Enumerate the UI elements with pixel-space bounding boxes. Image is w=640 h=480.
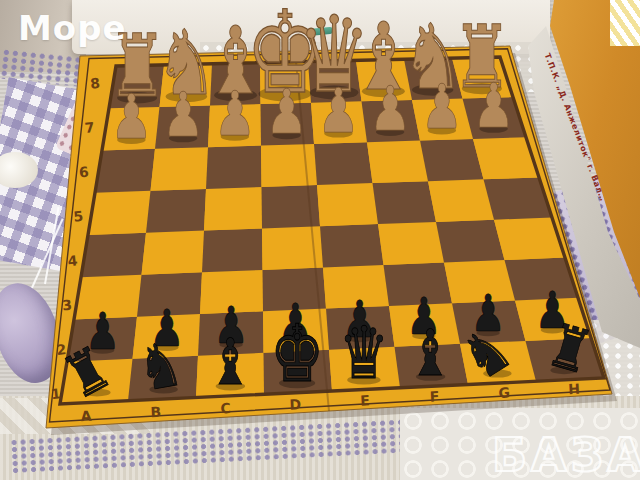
piece-black-king-d1: ♚: [270, 308, 324, 400]
board-square-c4: [202, 228, 263, 272]
piece-white-pawn-a7: ♟: [110, 81, 152, 153]
piece-white-pawn-b7: ♟: [162, 79, 204, 151]
board-square-e6: [314, 142, 373, 185]
photo-stage: Т.П.К. „Д. Анжелиток" г. Вал… ABCDEFGH12…: [0, 0, 640, 480]
board-square-d6: [261, 144, 317, 187]
rank-label-5: 5: [73, 208, 84, 225]
board-square-g6: [420, 139, 484, 181]
board-square-b6: [151, 147, 209, 191]
piece-white-pawn-d7: ♟: [265, 76, 307, 148]
piece-white-pawn-e7: ♟: [317, 74, 359, 146]
rank-label-1: 1: [50, 385, 61, 402]
board-square-f4: [378, 222, 444, 265]
chessboard: ABCDEFGH12345678♜♞♝♚♛♝♞♜♟♟♟♟♟♟♟♟♟♟♟♟♟♟♟♟…: [0, 0, 640, 480]
photo-watermark: Море: [18, 8, 127, 48]
board-square-c6: [206, 146, 262, 189]
board-square-f5: [373, 181, 437, 224]
board-square-a5: [88, 191, 151, 235]
piece-black-queen-e1: ♛: [339, 311, 389, 395]
piece-white-pawn-c7: ♟: [214, 78, 256, 150]
board-square-g4: [436, 220, 505, 263]
rank-label-3: 3: [61, 297, 72, 314]
board-square-e5: [317, 183, 378, 226]
rank-label-6: 6: [78, 163, 89, 180]
piece-white-pawn-f7: ♟: [369, 73, 411, 145]
piece-white-pawn-g7: ♟: [421, 71, 463, 143]
board-square-c5: [204, 187, 262, 231]
board-square-g5: [428, 179, 494, 222]
board-square-f6: [367, 141, 428, 184]
rank-label-8: 8: [90, 75, 101, 92]
file-label-c: C: [220, 400, 231, 417]
file-label-f: F: [429, 388, 439, 404]
store-watermark: БАЗАР: [492, 428, 640, 480]
file-label-b: B: [150, 404, 161, 421]
piece-black-bishop-f1: ♝: [409, 315, 453, 389]
piece-white-pawn-h7: ♟: [472, 70, 514, 142]
board-square-a4: [81, 233, 146, 277]
rank-label-4: 4: [67, 252, 79, 269]
board-square-b5: [146, 189, 206, 233]
piece-black-bishop-c1: ♝: [208, 325, 252, 399]
rank-label-7: 7: [84, 119, 95, 136]
board-square-a6: [95, 149, 155, 193]
board-square-e4: [320, 224, 384, 267]
board-square-b4: [142, 231, 205, 275]
